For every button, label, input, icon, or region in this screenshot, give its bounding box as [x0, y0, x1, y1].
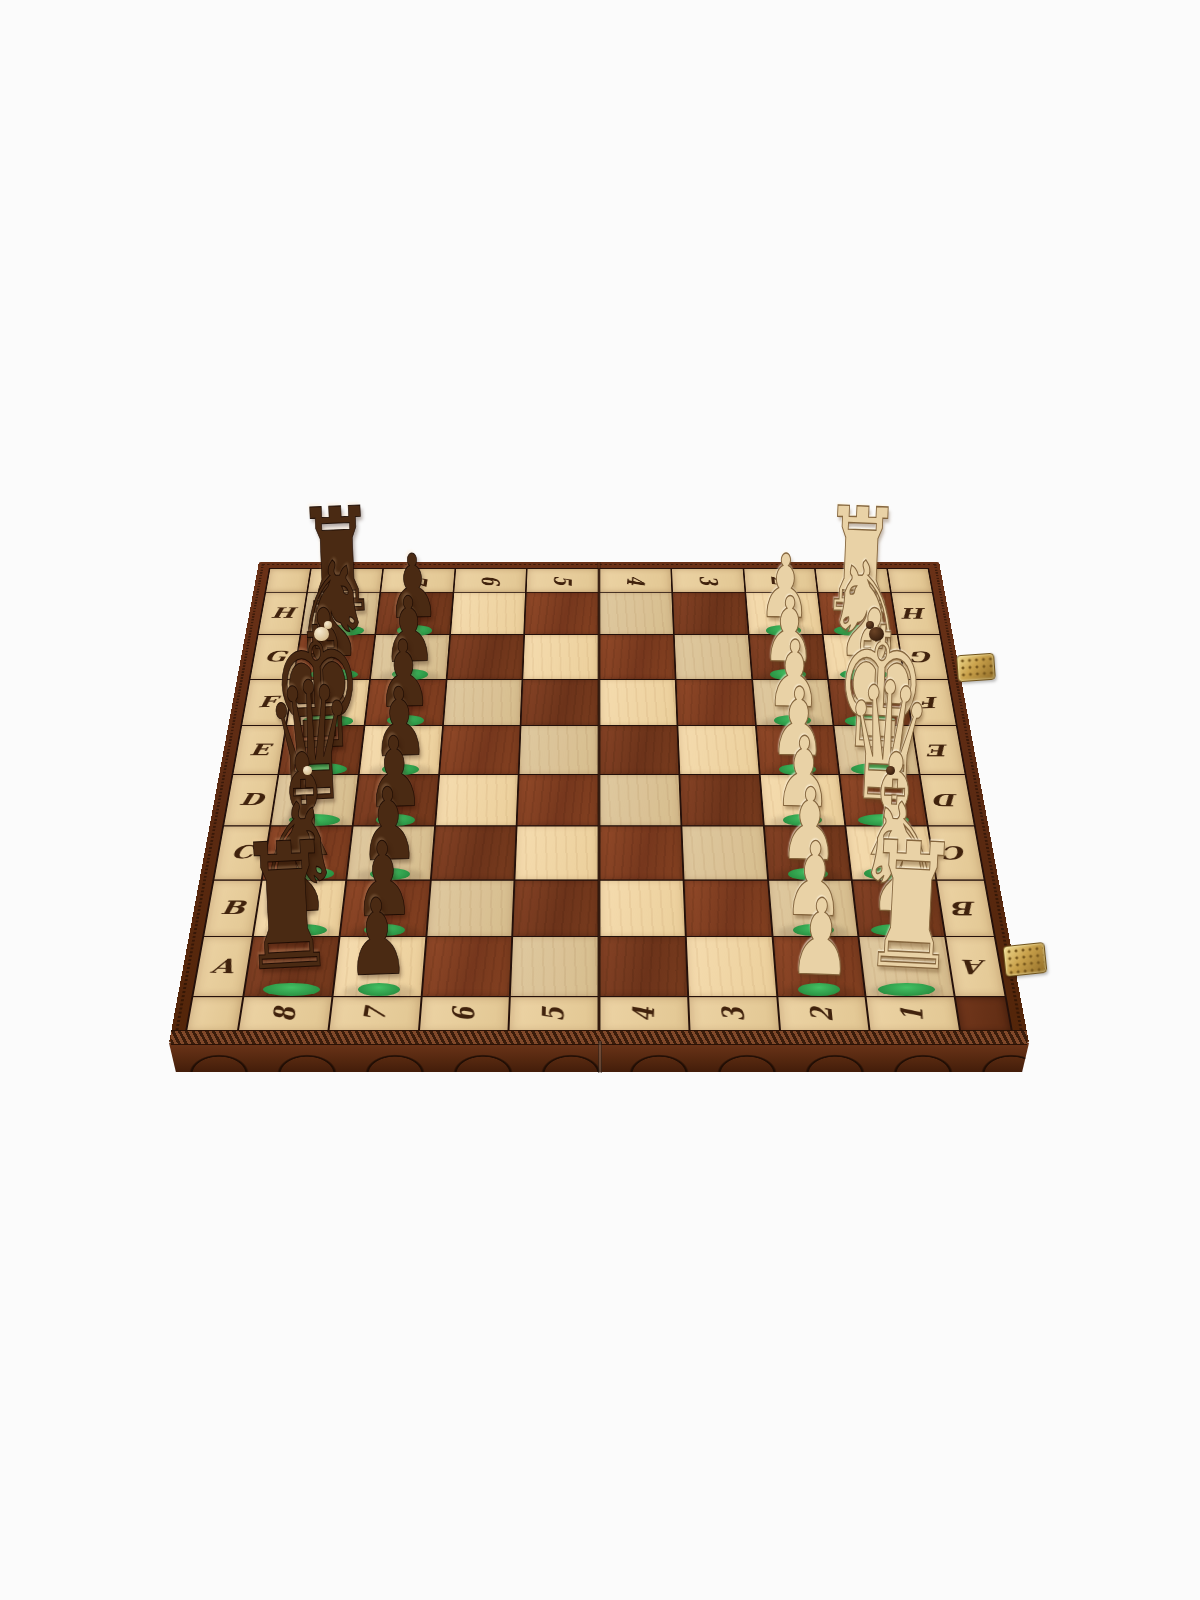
square-b7 [340, 880, 429, 936]
bottom-rank-label-3: 3 [718, 1007, 749, 1022]
square-d3 [680, 775, 762, 825]
rank-label-cell: 4 [600, 997, 688, 1031]
square-h7 [376, 593, 452, 634]
bottom-rank-label-4: 4 [629, 1007, 659, 1022]
square-d6 [436, 775, 518, 825]
bottom-rank-label-6: 6 [450, 1007, 480, 1022]
square-c4 [600, 826, 682, 879]
right-file-label-H: H [903, 606, 928, 620]
square-a7 [333, 937, 425, 996]
top-rank-label-7: 7 [405, 575, 431, 585]
square-c5 [516, 826, 598, 879]
square-f6 [443, 680, 521, 726]
square-f8 [287, 680, 369, 726]
bottom-rank-label-5: 5 [539, 1007, 569, 1021]
border-corner [956, 997, 1011, 1031]
bottom-rank-label-8: 8 [269, 1007, 301, 1021]
square-b8 [254, 880, 345, 936]
square-a4 [600, 937, 687, 996]
file-label-cell: H [892, 593, 940, 634]
right-file-label-G: G [911, 649, 934, 664]
square-a8 [244, 937, 338, 996]
square-h2 [746, 593, 822, 634]
square-f3 [676, 680, 754, 726]
square-b5 [513, 880, 598, 936]
square-g8 [294, 635, 374, 678]
square-d5 [518, 775, 598, 825]
top-rank-label-4: 4 [623, 575, 648, 585]
file-label-cell: G [251, 635, 300, 678]
square-g2 [749, 635, 827, 678]
file-label-cell: C [929, 826, 984, 879]
square-g6 [447, 635, 523, 678]
border-corner [888, 569, 932, 592]
file-label-cell: H [259, 593, 307, 634]
left-file-label-D: D [238, 791, 265, 808]
square-a5 [511, 937, 598, 996]
right-file-label-F: F [920, 694, 942, 710]
square-h8 [301, 593, 379, 634]
left-file-label-A: A [210, 956, 237, 976]
square-b4 [600, 880, 685, 936]
rank-label-cell: 3 [689, 997, 779, 1031]
square-h4 [600, 593, 673, 634]
square-a2 [773, 937, 865, 996]
square-a6 [422, 937, 511, 996]
square-e8 [279, 726, 363, 774]
rank-label-cell: 3 [672, 569, 744, 592]
rank-label-cell: 2 [778, 997, 869, 1031]
bottom-rank-label-1: 1 [897, 1007, 928, 1022]
top-rank-label-6: 6 [478, 575, 502, 585]
rank-label-cell: 8 [239, 997, 331, 1031]
square-f5 [522, 680, 599, 726]
square-b2 [769, 880, 858, 936]
square-h5 [525, 593, 598, 634]
side-fold-seam [598, 1041, 602, 1073]
square-c6 [431, 826, 516, 879]
file-label-cell: B [937, 880, 993, 936]
file-label-cell: E [913, 726, 965, 774]
right-file-label-E: E [927, 742, 950, 758]
square-g4 [600, 635, 675, 678]
square-f2 [753, 680, 833, 726]
right-file-label-D: D [934, 791, 959, 808]
square-h1 [819, 593, 897, 634]
bottom-rank-label-7: 7 [359, 1007, 391, 1022]
left-file-label-H: H [270, 606, 295, 620]
fold-seam [597, 562, 601, 1043]
square-b3 [684, 880, 771, 936]
file-label-cell: G [898, 635, 947, 678]
rank-label-cell: 5 [510, 997, 598, 1031]
scene: 87654321HHGGFFEEDDCCBBAA87654321 ♜♟♟♜♞♟♟… [0, 0, 1200, 1600]
square-f7 [365, 680, 445, 726]
square-b6 [427, 880, 514, 936]
brass-clasp-upper [956, 653, 996, 683]
rank-label-cell: 7 [381, 569, 454, 592]
file-label-cell: A [946, 937, 1004, 996]
square-e1 [835, 726, 919, 774]
square-g5 [523, 635, 598, 678]
file-label-cell: A [193, 937, 251, 996]
square-e3 [678, 726, 758, 774]
top-rank-label-5: 5 [551, 576, 575, 585]
left-file-label-B: B [219, 898, 246, 917]
square-c3 [682, 826, 767, 879]
top-rank-label-2: 2 [768, 576, 793, 585]
top-rank-label-8: 8 [333, 576, 358, 585]
square-d1 [840, 775, 926, 825]
square-g1 [824, 635, 904, 678]
file-label-cell: D [921, 775, 974, 825]
right-file-label-B: B [952, 898, 979, 917]
square-g7 [371, 635, 449, 678]
rank-label-cell: 6 [419, 997, 509, 1031]
file-label-cell: F [905, 680, 955, 726]
brass-clasp-lower [1002, 942, 1047, 977]
square-f4 [600, 680, 677, 726]
right-file-label-A: A [963, 956, 988, 976]
file-label-cell: B [204, 880, 260, 936]
rank-label-cell: 7 [329, 997, 420, 1031]
square-h3 [673, 593, 748, 634]
left-file-label-G: G [263, 649, 288, 664]
rank-label-cell: 8 [308, 569, 382, 592]
file-label-cell: E [233, 726, 285, 774]
rank-label-cell: 1 [816, 569, 890, 592]
top-rank-label-3: 3 [695, 575, 720, 585]
border-corner [187, 997, 242, 1031]
left-file-label-F: F [258, 694, 278, 710]
square-e6 [440, 726, 520, 774]
square-e5 [520, 726, 598, 774]
left-file-label-C: C [230, 843, 254, 861]
border-corner [266, 569, 310, 592]
square-d4 [600, 775, 680, 825]
square-a3 [687, 937, 776, 996]
square-f1 [829, 680, 911, 726]
file-label-cell: F [242, 680, 292, 726]
file-label-cell: D [224, 775, 277, 825]
square-e4 [600, 726, 678, 774]
square-e2 [756, 726, 838, 774]
square-d7 [353, 775, 437, 825]
top-rank-label-1: 1 [841, 575, 865, 585]
rank-label-cell: 4 [600, 569, 671, 592]
square-d2 [760, 775, 844, 825]
rank-label-cell: 2 [744, 569, 817, 592]
square-a1 [860, 937, 954, 996]
rank-label-cell: 1 [867, 997, 959, 1031]
square-h6 [451, 593, 526, 634]
square-c7 [347, 826, 434, 879]
rank-label-cell: 5 [527, 569, 598, 592]
square-d8 [271, 775, 357, 825]
square-c1 [847, 826, 936, 879]
left-file-label-E: E [248, 742, 271, 758]
square-g3 [674, 635, 750, 678]
square-c2 [764, 826, 851, 879]
folding-chess-board: 87654321HHGGFFEEDDCCBBAA87654321 [169, 562, 1029, 1043]
bottom-rank-label-2: 2 [808, 1007, 839, 1021]
file-label-cell: C [214, 826, 269, 879]
square-e7 [359, 726, 441, 774]
square-c8 [263, 826, 352, 879]
rank-label-cell: 6 [454, 569, 526, 592]
right-file-label-C: C [943, 843, 969, 861]
product-photo-page: { "game": "chess", "scene": "Overhead-an… [0, 0, 1200, 1600]
square-b1 [853, 880, 944, 936]
